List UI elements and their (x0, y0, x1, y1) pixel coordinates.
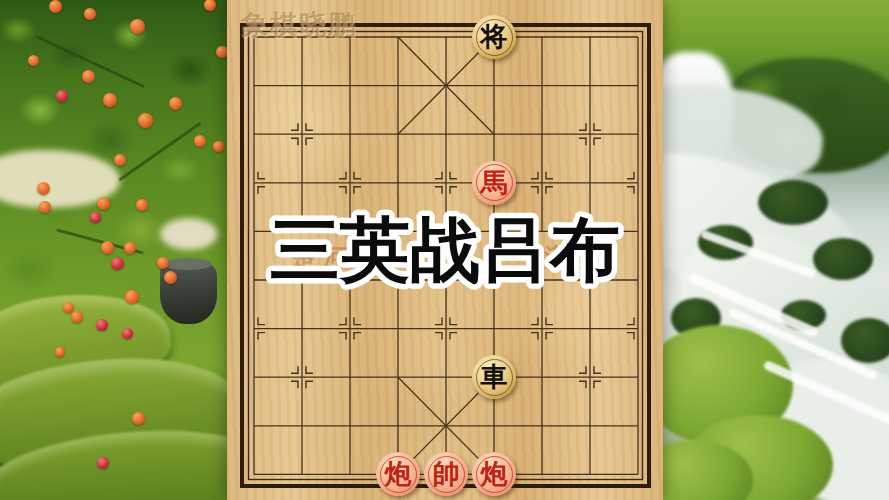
fruit (39, 201, 51, 213)
fruit (130, 19, 145, 34)
fruit (194, 135, 206, 147)
fruit (49, 0, 62, 13)
episode-title: 三英战吕布 (270, 211, 620, 289)
stone-path-small (160, 218, 218, 250)
fruit (114, 154, 126, 166)
fruit (82, 70, 95, 83)
fruit (125, 290, 139, 304)
fruit (122, 328, 133, 339)
fruit (37, 182, 50, 195)
fruit (101, 241, 114, 254)
fruit (71, 311, 83, 323)
fruit (56, 90, 68, 102)
rock (813, 238, 873, 280)
background-right-waterfall (663, 0, 889, 500)
fruit (96, 319, 108, 331)
rock (841, 318, 889, 363)
fruit (103, 93, 117, 107)
fruit (157, 257, 169, 269)
piece-black-chariot[interactable]: 車 (472, 355, 516, 399)
fruit (63, 302, 74, 313)
piece-red-cannon-right[interactable]: 炮 (472, 452, 516, 496)
fruit (213, 141, 224, 152)
episode-title-overlay: 三英战吕布 (235, 198, 655, 302)
fruit (169, 97, 182, 110)
piece-red-cannon-left[interactable]: 炮 (376, 452, 420, 496)
fruit (28, 55, 39, 66)
background-left-fruit-garden (0, 0, 227, 500)
fruit (138, 113, 153, 128)
piece-black-general[interactable]: 将 (472, 15, 516, 59)
fruit (216, 46, 227, 58)
fruit (90, 212, 101, 223)
fruit (97, 457, 109, 469)
fruit (97, 197, 110, 210)
rock (758, 180, 828, 225)
fruit (132, 412, 145, 425)
fruit (124, 242, 136, 254)
piece-red-general[interactable]: 帥 (424, 452, 468, 496)
fruit (55, 347, 65, 357)
fruit (136, 199, 148, 211)
fruit (84, 8, 96, 20)
fruit (164, 271, 177, 284)
video-frame: 楚河 漢界 象棋晓鹏 将馬車炮帥炮 三英战吕布 (0, 0, 889, 500)
fruit (111, 257, 124, 270)
